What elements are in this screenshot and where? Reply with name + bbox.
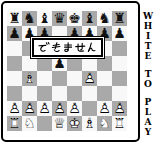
turn-letter: E: [145, 51, 152, 61]
square-h2[interactable]: ♟♙: [112, 101, 127, 116]
white-pawn[interactable]: ♙: [97, 100, 112, 116]
white-pawn[interactable]: ♙: [37, 100, 52, 116]
square-c3[interactable]: [37, 86, 52, 101]
square-e1[interactable]: ♚♔: [67, 116, 82, 131]
white-pawn[interactable]: ♙: [22, 100, 37, 116]
white-pawn[interactable]: ♙: [82, 70, 97, 86]
square-f1[interactable]: ♝♗: [82, 116, 97, 131]
kana-de-icon: [38, 42, 50, 53]
white-king[interactable]: ♔: [67, 115, 82, 131]
square-d8[interactable]: ♛: [52, 11, 67, 26]
turn-letter: T: [145, 69, 152, 79]
square-a5[interactable]: [7, 56, 22, 71]
square-a3[interactable]: [7, 86, 22, 101]
white-pawn[interactable]: ♙: [67, 100, 82, 116]
turn-indicator: WHITETOPLAY: [141, 11, 155, 141]
square-d1[interactable]: ♛♕: [52, 116, 67, 131]
black-rook[interactable]: ♜: [112, 10, 127, 26]
square-g4[interactable]: [97, 71, 112, 86]
square-a7[interactable]: ♟: [7, 26, 22, 41]
square-c2[interactable]: ♟♙: [37, 101, 52, 116]
square-h7[interactable]: ♟: [112, 26, 127, 41]
square-g2[interactable]: ♟♙: [97, 101, 112, 116]
square-g8[interactable]: ♞: [97, 11, 112, 26]
turn-letter: Y: [145, 127, 151, 137]
square-c1[interactable]: [37, 116, 52, 131]
square-h3[interactable]: [112, 86, 127, 101]
kana-ki-icon: [51, 42, 62, 53]
square-f3[interactable]: [82, 86, 97, 101]
square-a6[interactable]: [7, 41, 22, 56]
square-e3[interactable]: [67, 86, 82, 101]
turn-letter: W: [143, 11, 153, 21]
square-f4[interactable]: ♟♙: [82, 71, 97, 86]
turn-letter: H: [144, 21, 153, 31]
square-e4[interactable]: [67, 71, 82, 86]
black-bishop[interactable]: ♝: [37, 10, 52, 26]
square-e8[interactable]: ♚: [67, 11, 82, 26]
square-d3[interactable]: [52, 86, 67, 101]
kana-n-icon: [87, 42, 97, 53]
square-b1[interactable]: ♞♘: [22, 116, 37, 131]
square-b3[interactable]: [22, 86, 37, 101]
square-g3[interactable]: [97, 86, 112, 101]
kana-ma-icon: [63, 42, 74, 53]
square-c4[interactable]: [37, 71, 52, 86]
black-pawn[interactable]: ♟: [7, 25, 22, 41]
message-dialog[interactable]: [30, 36, 105, 59]
black-knight[interactable]: ♞: [22, 10, 37, 26]
turn-word-play: PLAY: [145, 97, 152, 137]
white-pawn[interactable]: ♙: [52, 100, 67, 116]
black-queen[interactable]: ♛: [52, 10, 67, 26]
square-f2[interactable]: [82, 101, 97, 116]
square-d4[interactable]: [52, 71, 67, 86]
square-h8[interactable]: ♜: [112, 11, 127, 26]
square-b8[interactable]: ♞: [22, 11, 37, 26]
turn-word-to: TO: [144, 69, 152, 89]
square-a4[interactable]: [7, 71, 22, 86]
white-rook[interactable]: ♖: [112, 115, 127, 131]
turn-letter: O: [144, 79, 152, 89]
white-queen[interactable]: ♕: [52, 115, 67, 131]
message-dialog-text: [32, 38, 103, 57]
white-knight[interactable]: ♘: [22, 115, 37, 131]
square-a2[interactable]: ♟♙: [7, 101, 22, 116]
gameboy-screen: ♜♞♝♛♚♝♞♜♟♟♟♟♟♟♟♟♝♗♟♙♟♙♟♙♟♙♟♙♟♙♟♙♟♙♜♖♞♘♛♕…: [0, 0, 160, 144]
square-h1[interactable]: ♜♖: [112, 116, 127, 131]
white-bishop[interactable]: ♗: [22, 70, 37, 86]
square-a8[interactable]: ♜: [7, 11, 22, 26]
square-d2[interactable]: ♟♙: [52, 101, 67, 116]
white-pawn[interactable]: ♙: [112, 100, 127, 116]
black-bishop[interactable]: ♝: [82, 10, 97, 26]
square-f8[interactable]: ♝: [82, 11, 97, 26]
chess-board[interactable]: ♜♞♝♛♚♝♞♜♟♟♟♟♟♟♟♟♝♗♟♙♟♙♟♙♟♙♟♙♟♙♟♙♟♙♜♖♞♘♛♕…: [7, 11, 127, 131]
black-knight[interactable]: ♞: [97, 10, 112, 26]
square-a1[interactable]: ♜♖: [7, 116, 22, 131]
square-b2[interactable]: ♟♙: [22, 101, 37, 116]
white-knight[interactable]: ♘: [97, 115, 112, 131]
kana-se-icon: [75, 42, 86, 53]
turn-letter: L: [145, 107, 151, 117]
turn-letter: P: [145, 97, 152, 107]
turn-letter: A: [145, 117, 152, 127]
square-h4[interactable]: [112, 71, 127, 86]
square-g1[interactable]: ♞♘: [97, 116, 112, 131]
square-h5[interactable]: [112, 56, 127, 71]
white-rook[interactable]: ♖: [7, 115, 22, 131]
turn-letter: T: [145, 41, 152, 51]
square-e2[interactable]: ♟♙: [67, 101, 82, 116]
black-king[interactable]: ♚: [67, 10, 82, 26]
square-h6[interactable]: [112, 41, 127, 56]
white-pawn[interactable]: ♙: [7, 100, 22, 116]
black-pawn[interactable]: ♟: [112, 25, 127, 41]
square-c8[interactable]: ♝: [37, 11, 52, 26]
turn-letter: I: [146, 31, 150, 41]
white-bishop[interactable]: ♗: [82, 115, 97, 131]
square-b4[interactable]: ♝♗: [22, 71, 37, 86]
turn-word-white: WHITE: [143, 11, 153, 61]
black-rook[interactable]: ♜: [7, 10, 22, 26]
